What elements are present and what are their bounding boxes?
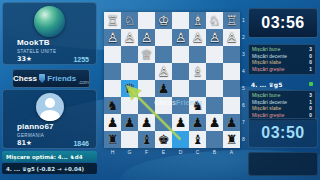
square-c3[interactable] <box>189 46 206 63</box>
stat-value: 0 <box>309 60 312 65</box>
black-pawn-piece[interactable]: ♟ <box>155 80 172 97</box>
black-pawn-piece[interactable]: ♟ <box>121 114 138 131</box>
player-card-white[interactable]: MookTB STATELE UNITE 33★ 1255 <box>2 2 97 65</box>
clock-white: 03:56 <box>248 8 318 38</box>
square-g4[interactable] <box>121 63 138 80</box>
square-g2[interactable]: ♙ <box>121 29 138 46</box>
player-country-black: GERMANIA <box>17 133 44 138</box>
square-f6[interactable] <box>138 97 155 114</box>
file-label: H <box>104 149 121 155</box>
stat-value: 3 <box>309 47 312 52</box>
square-d4[interactable] <box>172 63 189 80</box>
player-stars-black: 81★ <box>17 139 32 147</box>
move-quality-panel-white: Mișcări bune3Mișcări decente0Mișcări sla… <box>248 44 316 75</box>
black-knight-piece[interactable]: ♞ <box>104 97 121 114</box>
square-b5[interactable] <box>206 80 223 97</box>
white-queen-piece[interactable]: ♕ <box>138 46 155 63</box>
square-b8[interactable] <box>206 131 223 148</box>
white-pawn-piece[interactable]: ♙ <box>172 29 189 46</box>
square-g3[interactable] <box>121 46 138 63</box>
square-c7[interactable]: ♟ <box>189 114 206 131</box>
square-a1[interactable]: ♖ <box>223 12 240 29</box>
file-label: F <box>138 149 155 155</box>
square-d5[interactable] <box>172 80 189 97</box>
person-icon <box>45 98 55 108</box>
square-h4[interactable] <box>104 63 121 80</box>
white-knight-piece[interactable]: ♘ <box>206 12 223 29</box>
player-stars-white: 33★ <box>17 55 32 63</box>
square-g8[interactable] <box>121 131 138 148</box>
white-bishop-piece[interactable]: ♗ <box>189 63 206 80</box>
file-label: D <box>172 149 189 155</box>
move-quality-panel-black: Mișcări bune3Mișcări decente1Mișcări sla… <box>248 90 316 121</box>
square-a6[interactable] <box>223 97 240 114</box>
black-rook-piece[interactable]: ♜ <box>223 131 240 148</box>
square-b7[interactable]: ♟ <box>206 114 223 131</box>
square-b6[interactable] <box>206 97 223 114</box>
last-move-row: 4. ... ♛g5 <box>248 79 316 89</box>
square-h5[interactable] <box>104 80 121 97</box>
stat-value: 1 <box>309 100 312 105</box>
square-a2[interactable]: ♙ <box>223 29 240 46</box>
square-g6[interactable] <box>121 97 138 114</box>
square-d1[interactable] <box>172 12 189 29</box>
chessfriends-logo[interactable]: Chess Friends .com <box>12 69 90 88</box>
player-card-black[interactable]: pianno67 GERMANIA 81★ 1846 <box>2 89 97 149</box>
square-b4[interactable] <box>206 63 223 80</box>
square-d3[interactable] <box>172 46 189 63</box>
square-h8[interactable]: ♜ <box>104 131 121 148</box>
player-name-black: pianno67 <box>17 122 54 131</box>
stat-value: 3 <box>309 93 312 98</box>
black-knight-piece[interactable]: ♞ <box>189 97 206 114</box>
square-d2[interactable]: ♙ <box>172 29 189 46</box>
file-label: B <box>206 149 223 155</box>
optimal-move-bar: Mișcare optimă: 4... ♞d4 <box>2 151 97 162</box>
file-label: G <box>121 149 138 155</box>
chess-board[interactable]: ♖♘♔♗♘♖♙♙♙♙♙♙♙♕♙♗♛♟♞♞♟♟♟♟♟♟♟♜♝♚♝♜ <box>104 12 240 148</box>
stat-row: Mișcări slabe0 <box>252 59 312 66</box>
stat-label: Mișcări decente <box>252 100 287 105</box>
white-king-piece[interactable]: ♔ <box>155 12 172 29</box>
white-rook-piece[interactable]: ♖ <box>104 12 121 29</box>
white-pawn-piece[interactable]: ♙ <box>121 29 138 46</box>
black-bishop-piece[interactable]: ♝ <box>189 131 206 148</box>
square-f3[interactable]: ♕ <box>138 46 155 63</box>
square-e1[interactable]: ♔ <box>155 12 172 29</box>
stat-row: Mișcări slabe0 <box>252 105 312 112</box>
square-g5[interactable]: ♛ <box>121 80 138 97</box>
stat-row: Mișcări decente0 <box>252 53 312 60</box>
file-label: A <box>223 149 240 155</box>
black-pawn-piece[interactable]: ♟ <box>206 114 223 131</box>
stat-label: Mișcări bune <box>252 47 280 52</box>
square-a4[interactable] <box>223 63 240 80</box>
stat-value: 0 <box>309 54 312 59</box>
black-pawn-piece[interactable]: ♟ <box>138 114 155 131</box>
stat-label: Mișcări slabe <box>252 106 281 111</box>
square-h7[interactable]: ♟ <box>104 114 121 131</box>
square-f2[interactable]: ♙ <box>138 29 155 46</box>
square-e8[interactable]: ♚ <box>155 131 172 148</box>
square-h2[interactable]: ♙ <box>104 29 121 46</box>
square-h1[interactable]: ♖ <box>104 12 121 29</box>
black-pawn-piece[interactable]: ♟ <box>223 114 240 131</box>
square-d7[interactable]: ♟ <box>172 114 189 131</box>
square-e3[interactable] <box>155 46 172 63</box>
square-b1[interactable]: ♘ <box>206 12 223 29</box>
square-b2[interactable]: ♙ <box>206 29 223 46</box>
player-rating-white: 1255 <box>73 56 89 63</box>
square-g1[interactable]: ♘ <box>121 12 138 29</box>
black-queen-piece[interactable]: ♛ <box>121 80 138 97</box>
move-quality-dot <box>309 82 313 86</box>
square-f8[interactable]: ♝ <box>138 131 155 148</box>
square-c1[interactable]: ♗ <box>189 12 206 29</box>
shield-icon <box>39 74 45 83</box>
square-a5[interactable] <box>223 80 240 97</box>
file-label: C <box>189 149 206 155</box>
white-pawn-piece[interactable]: ♙ <box>206 29 223 46</box>
avatar-white <box>34 6 65 37</box>
last-move-text: 4. ... ♛g5 <box>251 81 282 88</box>
played-move-eval-bar: 4. ... ♛g5 (-0.82 → +0.04) <box>2 163 97 174</box>
square-a3[interactable] <box>223 46 240 63</box>
player-country-white: STATELE UNITE <box>17 49 56 54</box>
clock-black: 03:50 <box>248 118 318 148</box>
stat-label: Mișcări decente <box>252 54 287 59</box>
app-window: MookTB STATELE UNITE 33★ 1255 Chess Frie… <box>0 0 320 180</box>
stat-row: Mișcări bune3 <box>252 92 312 99</box>
square-e7[interactable] <box>155 114 172 131</box>
black-pawn-piece[interactable]: ♟ <box>172 114 189 131</box>
square-g7[interactable]: ♟ <box>121 114 138 131</box>
white-pawn-piece[interactable]: ♙ <box>104 29 121 46</box>
logo-text-friends: Friends <box>47 74 76 83</box>
white-knight-piece[interactable]: ♘ <box>121 12 138 29</box>
square-e4[interactable]: ♙ <box>155 63 172 80</box>
file-label: E <box>155 149 172 155</box>
square-f7[interactable]: ♟ <box>138 114 155 131</box>
stat-row: Mișcări decente1 <box>252 99 312 106</box>
square-c8[interactable]: ♝ <box>189 131 206 148</box>
stat-row: Mișcări bune3 <box>252 46 312 53</box>
square-c5[interactable] <box>189 80 206 97</box>
white-pawn-piece[interactable]: ♙ <box>155 63 172 80</box>
logo-text-chess: Chess <box>13 74 37 83</box>
player-rating-black: 1846 <box>73 140 89 147</box>
white-pawn-piece[interactable]: ♙ <box>138 29 155 46</box>
black-rook-piece[interactable]: ♜ <box>104 131 121 148</box>
square-a7[interactable]: ♟ <box>223 114 240 131</box>
logo-text-com: .com <box>78 79 89 85</box>
file-labels: HGFEDCBA <box>104 149 240 155</box>
stat-row: Mișcări greșite1 <box>252 66 312 73</box>
black-pawn-piece[interactable]: ♟ <box>104 114 121 131</box>
square-f1[interactable] <box>138 12 155 29</box>
stat-value: 0 <box>309 106 312 111</box>
stat-label: Mișcări bune <box>252 93 280 98</box>
square-e2[interactable] <box>155 29 172 46</box>
stat-label: Mișcări slabe <box>252 60 281 65</box>
white-bishop-piece[interactable]: ♗ <box>189 12 206 29</box>
black-king-piece[interactable]: ♚ <box>155 131 172 148</box>
black-pawn-piece[interactable]: ♟ <box>189 114 206 131</box>
square-e5[interactable]: ♟ <box>155 80 172 97</box>
white-pawn-piece[interactable]: ♙ <box>189 29 206 46</box>
white-rook-piece[interactable]: ♖ <box>223 12 240 29</box>
white-pawn-piece[interactable]: ♙ <box>223 29 240 46</box>
square-c6[interactable]: ♞ <box>189 97 206 114</box>
stat-label: Mișcări greșite <box>252 67 284 72</box>
stat-value: 1 <box>309 67 312 72</box>
square-h3[interactable] <box>104 46 121 63</box>
square-b3[interactable] <box>206 46 223 63</box>
bottom-right-panel <box>248 152 318 176</box>
square-e6[interactable] <box>155 97 172 114</box>
square-c4[interactable]: ♗ <box>189 63 206 80</box>
square-f4[interactable] <box>138 63 155 80</box>
player-name-white: MookTB <box>17 38 50 47</box>
square-c2[interactable]: ♙ <box>189 29 206 46</box>
square-h6[interactable]: ♞ <box>104 97 121 114</box>
square-d8[interactable] <box>172 131 189 148</box>
square-f5[interactable] <box>138 80 155 97</box>
avatar-black <box>36 93 64 121</box>
square-d6[interactable] <box>172 97 189 114</box>
black-bishop-piece[interactable]: ♝ <box>138 131 155 148</box>
square-a8[interactable]: ♜ <box>223 131 240 148</box>
